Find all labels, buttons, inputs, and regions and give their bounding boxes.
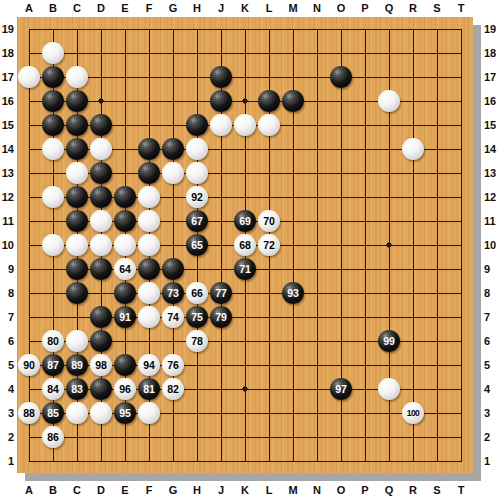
board-point-O18[interactable] xyxy=(329,41,353,65)
board-point-O13[interactable] xyxy=(329,161,353,185)
board-point-F16[interactable] xyxy=(137,89,161,113)
board-point-P15[interactable] xyxy=(353,113,377,137)
board-point-A4[interactable] xyxy=(17,377,41,401)
board-point-P6[interactable] xyxy=(353,329,377,353)
board-point-C14[interactable] xyxy=(65,137,89,161)
board-point-S11[interactable] xyxy=(425,209,449,233)
board-point-O15[interactable] xyxy=(329,113,353,137)
board-point-P14[interactable] xyxy=(353,137,377,161)
board-point-O7[interactable] xyxy=(329,305,353,329)
board-point-K6[interactable] xyxy=(233,329,257,353)
board-point-N12[interactable] xyxy=(305,185,329,209)
board-point-K1[interactable] xyxy=(233,449,257,473)
board-point-G10[interactable] xyxy=(161,233,185,257)
board-point-K10[interactable]: 68 xyxy=(233,233,257,257)
board-point-E16[interactable] xyxy=(113,89,137,113)
board-point-O14[interactable] xyxy=(329,137,353,161)
board-point-R2[interactable] xyxy=(401,425,425,449)
board-point-P9[interactable] xyxy=(353,257,377,281)
board-point-K19[interactable] xyxy=(233,17,257,41)
board-point-T1[interactable] xyxy=(449,449,473,473)
board-point-A2[interactable] xyxy=(17,425,41,449)
board-point-D8[interactable] xyxy=(89,281,113,305)
board-point-P4[interactable] xyxy=(353,377,377,401)
board-point-O19[interactable] xyxy=(329,17,353,41)
board-point-M11[interactable] xyxy=(281,209,305,233)
board-point-L7[interactable] xyxy=(257,305,281,329)
board-point-A19[interactable] xyxy=(17,17,41,41)
board-point-J15[interactable] xyxy=(209,113,233,137)
board-point-H4[interactable] xyxy=(185,377,209,401)
board-point-P19[interactable] xyxy=(353,17,377,41)
board-point-G14[interactable] xyxy=(161,137,185,161)
board-point-R5[interactable] xyxy=(401,353,425,377)
board-point-H13[interactable] xyxy=(185,161,209,185)
board-point-F3[interactable] xyxy=(137,401,161,425)
board-point-O17[interactable] xyxy=(329,65,353,89)
board-point-S4[interactable] xyxy=(425,377,449,401)
board-point-J10[interactable] xyxy=(209,233,233,257)
board-point-L4[interactable] xyxy=(257,377,281,401)
board-point-K18[interactable] xyxy=(233,41,257,65)
board-point-J6[interactable] xyxy=(209,329,233,353)
board-point-P10[interactable] xyxy=(353,233,377,257)
board-point-B5[interactable]: 87 xyxy=(41,353,65,377)
board-point-H3[interactable] xyxy=(185,401,209,425)
board-point-G11[interactable] xyxy=(161,209,185,233)
board-point-A12[interactable] xyxy=(17,185,41,209)
board-point-R16[interactable] xyxy=(401,89,425,113)
board-point-S14[interactable] xyxy=(425,137,449,161)
board-point-C5[interactable]: 89 xyxy=(65,353,89,377)
board-point-S18[interactable] xyxy=(425,41,449,65)
board-point-S5[interactable] xyxy=(425,353,449,377)
board-point-D3[interactable] xyxy=(89,401,113,425)
board-point-S19[interactable] xyxy=(425,17,449,41)
board-point-F10[interactable] xyxy=(137,233,161,257)
board-point-Q18[interactable] xyxy=(377,41,401,65)
board-point-H6[interactable]: 78 xyxy=(185,329,209,353)
board-point-N9[interactable] xyxy=(305,257,329,281)
board-point-E18[interactable] xyxy=(113,41,137,65)
board-point-S10[interactable] xyxy=(425,233,449,257)
board-point-D6[interactable] xyxy=(89,329,113,353)
board-point-P12[interactable] xyxy=(353,185,377,209)
board-point-B15[interactable] xyxy=(41,113,65,137)
board-point-E8[interactable] xyxy=(113,281,137,305)
board-point-A5[interactable]: 90 xyxy=(17,353,41,377)
board-point-L11[interactable]: 70 xyxy=(257,209,281,233)
board-point-L10[interactable]: 72 xyxy=(257,233,281,257)
board-point-Q8[interactable] xyxy=(377,281,401,305)
board-point-D16[interactable] xyxy=(89,89,113,113)
board-point-A6[interactable] xyxy=(17,329,41,353)
board-point-N15[interactable] xyxy=(305,113,329,137)
board-point-N14[interactable] xyxy=(305,137,329,161)
board-point-A11[interactable] xyxy=(17,209,41,233)
board-point-E4[interactable]: 96 xyxy=(113,377,137,401)
board-point-D19[interactable] xyxy=(89,17,113,41)
board-point-O9[interactable] xyxy=(329,257,353,281)
board-point-L8[interactable] xyxy=(257,281,281,305)
board-point-Q16[interactable] xyxy=(377,89,401,113)
board-point-F12[interactable] xyxy=(137,185,161,209)
board-point-O4[interactable]: 97 xyxy=(329,377,353,401)
board-point-F2[interactable] xyxy=(137,425,161,449)
board-point-C4[interactable]: 83 xyxy=(65,377,89,401)
board-point-H9[interactable] xyxy=(185,257,209,281)
board-point-H17[interactable] xyxy=(185,65,209,89)
board-point-S16[interactable] xyxy=(425,89,449,113)
board-point-Q5[interactable] xyxy=(377,353,401,377)
board-point-T6[interactable] xyxy=(449,329,473,353)
board-point-B18[interactable] xyxy=(41,41,65,65)
board-point-R15[interactable] xyxy=(401,113,425,137)
board-point-E14[interactable] xyxy=(113,137,137,161)
board-point-F17[interactable] xyxy=(137,65,161,89)
board-point-G17[interactable] xyxy=(161,65,185,89)
board-point-M6[interactable] xyxy=(281,329,305,353)
board-point-J1[interactable] xyxy=(209,449,233,473)
board-point-M18[interactable] xyxy=(281,41,305,65)
board-point-A18[interactable] xyxy=(17,41,41,65)
board-point-N4[interactable] xyxy=(305,377,329,401)
board-point-K9[interactable]: 71 xyxy=(233,257,257,281)
board-point-D2[interactable] xyxy=(89,425,113,449)
board-point-R10[interactable] xyxy=(401,233,425,257)
board-point-T10[interactable] xyxy=(449,233,473,257)
board-point-J8[interactable]: 77 xyxy=(209,281,233,305)
board-point-L16[interactable] xyxy=(257,89,281,113)
board-point-L15[interactable] xyxy=(257,113,281,137)
board-point-J2[interactable] xyxy=(209,425,233,449)
board-point-N3[interactable] xyxy=(305,401,329,425)
board-point-S12[interactable] xyxy=(425,185,449,209)
board-point-B11[interactable] xyxy=(41,209,65,233)
board-point-H15[interactable] xyxy=(185,113,209,137)
board-point-H19[interactable] xyxy=(185,17,209,41)
board-point-C18[interactable] xyxy=(65,41,89,65)
board-point-P8[interactable] xyxy=(353,281,377,305)
board-point-B7[interactable] xyxy=(41,305,65,329)
board-point-E6[interactable] xyxy=(113,329,137,353)
board-point-J4[interactable] xyxy=(209,377,233,401)
board-point-Q9[interactable] xyxy=(377,257,401,281)
board-point-B3[interactable]: 85 xyxy=(41,401,65,425)
board-point-B12[interactable] xyxy=(41,185,65,209)
board-point-C11[interactable] xyxy=(65,209,89,233)
board-point-H2[interactable] xyxy=(185,425,209,449)
board-point-K2[interactable] xyxy=(233,425,257,449)
board-point-O2[interactable] xyxy=(329,425,353,449)
board-point-E19[interactable] xyxy=(113,17,137,41)
board-point-F18[interactable] xyxy=(137,41,161,65)
board-point-T16[interactable] xyxy=(449,89,473,113)
board-point-B1[interactable] xyxy=(41,449,65,473)
board-point-L6[interactable] xyxy=(257,329,281,353)
board-point-R1[interactable] xyxy=(401,449,425,473)
board-point-P1[interactable] xyxy=(353,449,377,473)
board-point-H12[interactable]: 92 xyxy=(185,185,209,209)
board-point-E13[interactable] xyxy=(113,161,137,185)
board-point-J16[interactable] xyxy=(209,89,233,113)
board-point-A1[interactable] xyxy=(17,449,41,473)
board-point-Q1[interactable] xyxy=(377,449,401,473)
board-point-F4[interactable]: 81 xyxy=(137,377,161,401)
board-point-D14[interactable] xyxy=(89,137,113,161)
board-point-B19[interactable] xyxy=(41,17,65,41)
board-point-E17[interactable] xyxy=(113,65,137,89)
board-point-N6[interactable] xyxy=(305,329,329,353)
board-point-A7[interactable] xyxy=(17,305,41,329)
board-point-S1[interactable] xyxy=(425,449,449,473)
board-point-H8[interactable]: 66 xyxy=(185,281,209,305)
board-point-F7[interactable] xyxy=(137,305,161,329)
board-point-C7[interactable] xyxy=(65,305,89,329)
board-point-S7[interactable] xyxy=(425,305,449,329)
board-point-C17[interactable] xyxy=(65,65,89,89)
board-point-G1[interactable] xyxy=(161,449,185,473)
board-point-A3[interactable]: 88 xyxy=(17,401,41,425)
board-point-T12[interactable] xyxy=(449,185,473,209)
board-point-Q14[interactable] xyxy=(377,137,401,161)
board-point-Q15[interactable] xyxy=(377,113,401,137)
board-point-P2[interactable] xyxy=(353,425,377,449)
board-point-A14[interactable] xyxy=(17,137,41,161)
board-point-O3[interactable] xyxy=(329,401,353,425)
board-point-M15[interactable] xyxy=(281,113,305,137)
board-point-T8[interactable] xyxy=(449,281,473,305)
board-point-D15[interactable] xyxy=(89,113,113,137)
board-point-F14[interactable] xyxy=(137,137,161,161)
board-point-M1[interactable] xyxy=(281,449,305,473)
board-point-O10[interactable] xyxy=(329,233,353,257)
board-point-Q11[interactable] xyxy=(377,209,401,233)
board-point-T14[interactable] xyxy=(449,137,473,161)
board-point-Q4[interactable] xyxy=(377,377,401,401)
board-point-O16[interactable] xyxy=(329,89,353,113)
board-point-T3[interactable] xyxy=(449,401,473,425)
board-point-K17[interactable] xyxy=(233,65,257,89)
board-point-J19[interactable] xyxy=(209,17,233,41)
board-point-J11[interactable] xyxy=(209,209,233,233)
board-point-L18[interactable] xyxy=(257,41,281,65)
board-point-M8[interactable]: 93 xyxy=(281,281,305,305)
board-point-B2[interactable]: 86 xyxy=(41,425,65,449)
board-point-N18[interactable] xyxy=(305,41,329,65)
board-point-G2[interactable] xyxy=(161,425,185,449)
board-point-N19[interactable] xyxy=(305,17,329,41)
board-point-P5[interactable] xyxy=(353,353,377,377)
board-point-P11[interactable] xyxy=(353,209,377,233)
board-point-B4[interactable]: 84 xyxy=(41,377,65,401)
board-point-E3[interactable]: 95 xyxy=(113,401,137,425)
board-point-F19[interactable] xyxy=(137,17,161,41)
board-point-R19[interactable] xyxy=(401,17,425,41)
board-point-K14[interactable] xyxy=(233,137,257,161)
board-point-G15[interactable] xyxy=(161,113,185,137)
board-point-C13[interactable] xyxy=(65,161,89,185)
board-point-H14[interactable] xyxy=(185,137,209,161)
board-point-A13[interactable] xyxy=(17,161,41,185)
board-point-R12[interactable] xyxy=(401,185,425,209)
board-point-M13[interactable] xyxy=(281,161,305,185)
board-point-F1[interactable] xyxy=(137,449,161,473)
board-point-D12[interactable] xyxy=(89,185,113,209)
board-point-C9[interactable] xyxy=(65,257,89,281)
board-point-A17[interactable] xyxy=(17,65,41,89)
board-point-F5[interactable]: 94 xyxy=(137,353,161,377)
board-point-M2[interactable] xyxy=(281,425,305,449)
board-point-C3[interactable] xyxy=(65,401,89,425)
board-point-R13[interactable] xyxy=(401,161,425,185)
board-point-T19[interactable] xyxy=(449,17,473,41)
board-point-F6[interactable] xyxy=(137,329,161,353)
board-point-K7[interactable] xyxy=(233,305,257,329)
board-point-D4[interactable] xyxy=(89,377,113,401)
board-point-L9[interactable] xyxy=(257,257,281,281)
board-point-C19[interactable] xyxy=(65,17,89,41)
board-point-G4[interactable]: 82 xyxy=(161,377,185,401)
board-point-G5[interactable]: 76 xyxy=(161,353,185,377)
board-point-L19[interactable] xyxy=(257,17,281,41)
board-point-N11[interactable] xyxy=(305,209,329,233)
board-point-G8[interactable]: 73 xyxy=(161,281,185,305)
board-point-P3[interactable] xyxy=(353,401,377,425)
board-point-M7[interactable] xyxy=(281,305,305,329)
board-point-G6[interactable] xyxy=(161,329,185,353)
board-point-G12[interactable] xyxy=(161,185,185,209)
board-point-O5[interactable] xyxy=(329,353,353,377)
board-point-A16[interactable] xyxy=(17,89,41,113)
board-point-H11[interactable]: 67 xyxy=(185,209,209,233)
board-point-J7[interactable]: 79 xyxy=(209,305,233,329)
board-point-B8[interactable] xyxy=(41,281,65,305)
board-point-C8[interactable] xyxy=(65,281,89,305)
board-point-S8[interactable] xyxy=(425,281,449,305)
board-point-J12[interactable] xyxy=(209,185,233,209)
board-point-Q6[interactable]: 99 xyxy=(377,329,401,353)
board-point-B13[interactable] xyxy=(41,161,65,185)
board-point-N17[interactable] xyxy=(305,65,329,89)
board-point-N2[interactable] xyxy=(305,425,329,449)
board-point-M10[interactable] xyxy=(281,233,305,257)
board-point-Q3[interactable] xyxy=(377,401,401,425)
board-point-G9[interactable] xyxy=(161,257,185,281)
board-point-Q12[interactable] xyxy=(377,185,401,209)
board-point-N13[interactable] xyxy=(305,161,329,185)
board-point-C10[interactable] xyxy=(65,233,89,257)
board-point-C6[interactable] xyxy=(65,329,89,353)
board-point-O8[interactable] xyxy=(329,281,353,305)
board-point-L5[interactable] xyxy=(257,353,281,377)
board-point-H18[interactable] xyxy=(185,41,209,65)
board-point-N10[interactable] xyxy=(305,233,329,257)
board-point-C15[interactable] xyxy=(65,113,89,137)
board-point-R3[interactable]: 100 xyxy=(401,401,425,425)
board-point-E11[interactable] xyxy=(113,209,137,233)
board-point-O1[interactable] xyxy=(329,449,353,473)
board-point-Q17[interactable] xyxy=(377,65,401,89)
board-point-S9[interactable] xyxy=(425,257,449,281)
board-point-K11[interactable]: 69 xyxy=(233,209,257,233)
board-point-M19[interactable] xyxy=(281,17,305,41)
board-point-E2[interactable] xyxy=(113,425,137,449)
board-point-G3[interactable] xyxy=(161,401,185,425)
board-point-K12[interactable] xyxy=(233,185,257,209)
board-point-R9[interactable] xyxy=(401,257,425,281)
board-point-K4[interactable] xyxy=(233,377,257,401)
board-point-R4[interactable] xyxy=(401,377,425,401)
board-point-F8[interactable] xyxy=(137,281,161,305)
board-point-D10[interactable] xyxy=(89,233,113,257)
board-point-S17[interactable] xyxy=(425,65,449,89)
board-point-D9[interactable] xyxy=(89,257,113,281)
board-point-L17[interactable] xyxy=(257,65,281,89)
board-point-J18[interactable] xyxy=(209,41,233,65)
board-point-L14[interactable] xyxy=(257,137,281,161)
board-point-C2[interactable] xyxy=(65,425,89,449)
board-point-T15[interactable] xyxy=(449,113,473,137)
board-point-O11[interactable] xyxy=(329,209,353,233)
board-point-H16[interactable] xyxy=(185,89,209,113)
board-point-B16[interactable] xyxy=(41,89,65,113)
board-point-E10[interactable] xyxy=(113,233,137,257)
board-point-G13[interactable] xyxy=(161,161,185,185)
board-point-H5[interactable] xyxy=(185,353,209,377)
board-point-D18[interactable] xyxy=(89,41,113,65)
board-point-B14[interactable] xyxy=(41,137,65,161)
board-point-F15[interactable] xyxy=(137,113,161,137)
board-point-D1[interactable] xyxy=(89,449,113,473)
board-point-T11[interactable] xyxy=(449,209,473,233)
board-point-R8[interactable] xyxy=(401,281,425,305)
board-point-P13[interactable] xyxy=(353,161,377,185)
board-point-K3[interactable] xyxy=(233,401,257,425)
board-point-D7[interactable] xyxy=(89,305,113,329)
board-point-A9[interactable] xyxy=(17,257,41,281)
board-point-B6[interactable]: 80 xyxy=(41,329,65,353)
board-point-G16[interactable] xyxy=(161,89,185,113)
board-point-P7[interactable] xyxy=(353,305,377,329)
board-point-T2[interactable] xyxy=(449,425,473,449)
board-point-Q19[interactable] xyxy=(377,17,401,41)
board-point-M5[interactable] xyxy=(281,353,305,377)
board-point-E15[interactable] xyxy=(113,113,137,137)
board-point-R7[interactable] xyxy=(401,305,425,329)
board-point-R18[interactable] xyxy=(401,41,425,65)
board-point-E12[interactable] xyxy=(113,185,137,209)
board-point-L13[interactable] xyxy=(257,161,281,185)
board-point-J9[interactable] xyxy=(209,257,233,281)
board-point-M14[interactable] xyxy=(281,137,305,161)
board-point-R17[interactable] xyxy=(401,65,425,89)
board-point-G18[interactable] xyxy=(161,41,185,65)
board-point-D11[interactable] xyxy=(89,209,113,233)
board-point-P17[interactable] xyxy=(353,65,377,89)
board-point-D5[interactable]: 98 xyxy=(89,353,113,377)
board-point-M12[interactable] xyxy=(281,185,305,209)
board-point-O12[interactable] xyxy=(329,185,353,209)
board-point-S15[interactable] xyxy=(425,113,449,137)
board-point-R14[interactable] xyxy=(401,137,425,161)
board-point-T9[interactable] xyxy=(449,257,473,281)
board-point-P16[interactable] xyxy=(353,89,377,113)
board-point-K13[interactable] xyxy=(233,161,257,185)
board-point-Q13[interactable] xyxy=(377,161,401,185)
board-point-G7[interactable]: 74 xyxy=(161,305,185,329)
board-point-L12[interactable] xyxy=(257,185,281,209)
